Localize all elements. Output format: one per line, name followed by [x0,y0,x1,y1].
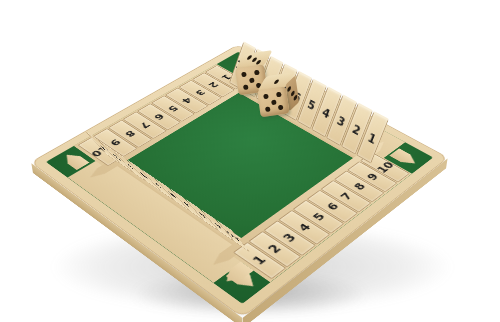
die-2[interactable] [250,70,302,122]
die-pip [270,99,276,105]
die-pip [278,105,284,111]
die-pip [273,79,279,84]
die-pip [276,92,282,98]
product-photo-stage: 12345678910 10987654321 12345678910 1098… [0,0,500,322]
die-2-face-front [257,87,289,118]
die-pip [242,84,248,90]
die-pip [263,94,269,100]
dice-layer [0,0,500,322]
die-pip [241,72,247,78]
die-pip [264,106,270,112]
die-pip [293,94,297,101]
